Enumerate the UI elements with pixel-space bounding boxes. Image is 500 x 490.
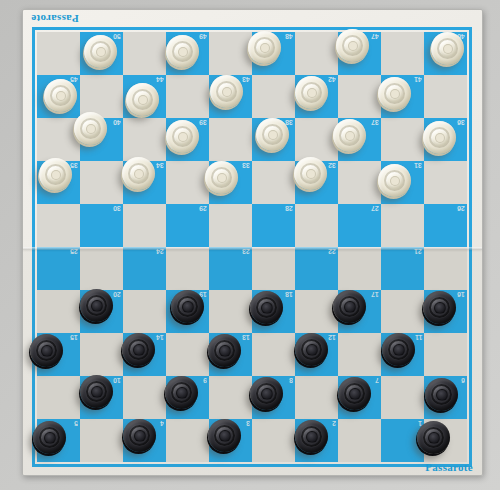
square-number-label: 31 <box>414 162 422 169</box>
white-man-square-46[interactable] <box>431 32 464 65</box>
light-square <box>381 32 424 75</box>
light-square <box>338 333 381 376</box>
brand-logo-top: Passarote <box>31 13 79 25</box>
light-square <box>381 290 424 333</box>
square-22[interactable]: 22 <box>295 247 338 290</box>
square-number-label: 8 <box>289 377 293 384</box>
black-man-square-14[interactable] <box>122 333 155 366</box>
square-28[interactable]: 28 <box>252 204 295 247</box>
white-man-square-37[interactable] <box>333 119 366 152</box>
square-number-label: 28 <box>285 205 293 212</box>
white-man-square-33[interactable] <box>205 161 238 194</box>
light-square <box>295 290 338 333</box>
black-man-square-16[interactable] <box>423 291 456 324</box>
black-man-square-1[interactable] <box>417 421 450 454</box>
square-number-label: 5 <box>74 420 78 427</box>
square-number-label: 35 <box>70 162 78 169</box>
light-square <box>37 290 80 333</box>
square-number-label: 4 <box>160 420 164 427</box>
light-square <box>252 333 295 376</box>
square-24[interactable]: 24 <box>123 247 166 290</box>
square-number-label: 18 <box>285 291 293 298</box>
square-number-label: 44 <box>156 76 164 83</box>
light-square <box>252 161 295 204</box>
square-number-label: 43 <box>242 76 250 83</box>
draughts-board: 5049484746454443424140393837363534333231… <box>37 32 467 462</box>
light-square <box>166 247 209 290</box>
white-man-square-45[interactable] <box>44 79 77 112</box>
black-man-square-6[interactable] <box>425 378 458 411</box>
light-square <box>123 32 166 75</box>
black-man-square-11[interactable] <box>382 333 415 366</box>
light-square <box>424 333 467 376</box>
square-number-label: 41 <box>414 76 422 83</box>
square-29[interactable]: 29 <box>166 204 209 247</box>
light-square <box>252 247 295 290</box>
square-25[interactable]: 25 <box>37 247 80 290</box>
light-square <box>338 419 381 462</box>
light-square <box>166 333 209 376</box>
light-square <box>37 32 80 75</box>
white-man-square-42[interactable] <box>295 76 328 109</box>
square-number-label: 20 <box>113 291 121 298</box>
light-square <box>37 376 80 419</box>
black-man-square-13[interactable] <box>208 334 241 367</box>
black-man-square-19[interactable] <box>171 290 204 323</box>
light-square <box>80 247 123 290</box>
light-square <box>381 118 424 161</box>
square-number-label: 49 <box>199 33 207 40</box>
square-number-label: 16 <box>457 291 465 298</box>
light-square <box>80 419 123 462</box>
white-man-square-50[interactable] <box>84 35 117 68</box>
square-number-label: 24 <box>156 248 164 255</box>
square-number-label: 34 <box>156 162 164 169</box>
light-square <box>295 376 338 419</box>
square-number-label: 13 <box>242 334 250 341</box>
white-man-square-44[interactable] <box>126 83 159 116</box>
black-man-square-3[interactable] <box>208 419 241 452</box>
light-square <box>123 118 166 161</box>
board-frame: 5049484746454443424140393837363534333231… <box>32 27 472 467</box>
square-number-label: 22 <box>328 248 336 255</box>
square-number-label: 10 <box>113 377 121 384</box>
square-number-label: 23 <box>242 248 250 255</box>
light-square <box>338 247 381 290</box>
light-square <box>424 75 467 118</box>
square-30[interactable]: 30 <box>80 204 123 247</box>
square-number-label: 12 <box>328 334 336 341</box>
light-square <box>80 333 123 376</box>
square-number-label: 21 <box>414 248 422 255</box>
white-man-square-31[interactable] <box>378 164 411 197</box>
light-square <box>37 204 80 247</box>
square-number-label: 32 <box>328 162 336 169</box>
light-square <box>80 161 123 204</box>
square-number-label: 47 <box>371 33 379 40</box>
square-number-label: 3 <box>246 420 250 427</box>
light-square <box>252 419 295 462</box>
square-27[interactable]: 27 <box>338 204 381 247</box>
white-man-square-40[interactable] <box>74 112 107 145</box>
square-number-label: 40 <box>113 119 121 126</box>
square-number-label: 36 <box>457 119 465 126</box>
square-number-label: 9 <box>203 377 207 384</box>
square-number-label: 30 <box>113 205 121 212</box>
white-man-square-49[interactable] <box>166 35 199 68</box>
light-square <box>166 419 209 462</box>
photo-background: Passarote 504948474645444342414039383736… <box>0 0 500 490</box>
white-man-square-41[interactable] <box>378 77 411 110</box>
black-man-square-18[interactable] <box>250 291 283 324</box>
light-square <box>209 118 252 161</box>
light-square <box>252 75 295 118</box>
light-square <box>295 204 338 247</box>
square-23[interactable]: 23 <box>209 247 252 290</box>
square-number-label: 25 <box>70 248 78 255</box>
square-number-label: 37 <box>371 119 379 126</box>
square-number-label: 42 <box>328 76 336 83</box>
light-square <box>123 204 166 247</box>
black-man-square-4[interactable] <box>123 419 156 452</box>
light-square <box>123 376 166 419</box>
square-number-label: 15 <box>70 334 78 341</box>
square-number-label: 45 <box>70 76 78 83</box>
light-square <box>166 75 209 118</box>
square-number-label: 29 <box>199 205 207 212</box>
white-man-square-43[interactable] <box>210 75 243 108</box>
black-man-square-2[interactable] <box>295 420 328 453</box>
white-man-square-32[interactable] <box>294 157 327 190</box>
white-man-square-48[interactable] <box>248 31 281 64</box>
black-man-square-12[interactable] <box>295 333 328 366</box>
white-man-square-39[interactable] <box>166 120 199 153</box>
square-number-label: 7 <box>375 377 379 384</box>
light-square <box>424 247 467 290</box>
square-number-label: 6 <box>461 377 465 384</box>
light-square <box>338 75 381 118</box>
white-man-square-35[interactable] <box>39 158 72 191</box>
brand-logo-bottom: Passarote <box>425 461 473 473</box>
light-square <box>123 290 166 333</box>
light-square <box>166 161 209 204</box>
black-man-square-10[interactable] <box>80 375 113 408</box>
white-man-square-34[interactable] <box>122 157 155 190</box>
light-square <box>381 204 424 247</box>
white-man-square-36[interactable] <box>423 121 456 154</box>
light-square <box>209 204 252 247</box>
light-square <box>295 118 338 161</box>
square-number-label: 14 <box>156 334 164 341</box>
light-square <box>338 161 381 204</box>
square-number-label: 33 <box>242 162 250 169</box>
black-man-square-8[interactable] <box>250 377 283 410</box>
light-square <box>209 376 252 419</box>
square-number-label: 48 <box>285 33 293 40</box>
board-sheet: Passarote 504948474645444342414039383736… <box>22 9 483 476</box>
black-man-square-15[interactable] <box>30 334 63 367</box>
white-man-square-38[interactable] <box>256 118 289 151</box>
light-square <box>209 290 252 333</box>
square-number-label: 50 <box>113 33 121 40</box>
black-man-square-17[interactable] <box>333 290 366 323</box>
square-26[interactable]: 26 <box>424 204 467 247</box>
square-21[interactable]: 21 <box>381 247 424 290</box>
black-man-square-9[interactable] <box>165 376 198 409</box>
square-number-label: 39 <box>199 119 207 126</box>
light-square <box>381 376 424 419</box>
light-square <box>295 32 338 75</box>
square-number-label: 17 <box>371 291 379 298</box>
square-number-label: 26 <box>457 205 465 212</box>
square-number-label: 11 <box>415 334 422 341</box>
square-number-label: 2 <box>332 420 336 427</box>
white-man-square-47[interactable] <box>336 29 369 62</box>
black-man-square-20[interactable] <box>80 289 113 322</box>
black-man-square-7[interactable] <box>338 377 371 410</box>
light-square <box>209 32 252 75</box>
square-number-label: 27 <box>371 205 379 212</box>
black-man-square-5[interactable] <box>33 421 66 454</box>
light-square <box>424 161 467 204</box>
